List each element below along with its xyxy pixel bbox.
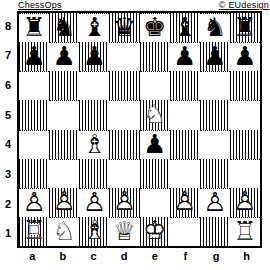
square-e6[interactable]: [140, 71, 170, 100]
square-a1[interactable]: ♜♖: [19, 217, 49, 246]
white-queen: ♕: [113, 218, 136, 244]
white-bishop: ♗: [83, 131, 106, 157]
white-pawn-fill: ♟: [113, 188, 136, 214]
file-label-h: h: [231, 249, 262, 263]
file-label-a: a: [17, 249, 48, 263]
square-f3[interactable]: [170, 159, 200, 188]
white-pawn-fill: ♟: [22, 189, 45, 215]
black-knight: ♞: [203, 14, 226, 40]
black-rook: ♜: [22, 14, 45, 40]
white-knight: ♘: [143, 101, 166, 127]
black-bishop: ♝: [83, 14, 106, 40]
white-king: ♔: [143, 217, 166, 243]
square-a8[interactable]: ♜: [19, 13, 49, 42]
square-e8[interactable]: ♚: [140, 13, 170, 42]
white-pawn: ♙: [173, 188, 196, 214]
file-label-c: c: [78, 249, 109, 263]
white-pawn: ♙: [233, 188, 256, 214]
square-d3[interactable]: [109, 159, 139, 188]
square-g4[interactable]: [200, 130, 230, 159]
white-king-fill: ♚: [143, 217, 166, 243]
square-e3[interactable]: [140, 159, 170, 188]
white-rook: ♖: [233, 218, 256, 244]
square-h4[interactable]: [230, 130, 260, 159]
white-pawn-fill: ♟: [83, 189, 106, 215]
square-e1[interactable]: ♚♔: [140, 217, 170, 246]
file-labels: abcdefgh: [17, 249, 262, 263]
white-pawn: ♙: [83, 189, 106, 215]
white-rook-fill: ♜: [22, 217, 45, 243]
white-knight: ♘: [53, 218, 76, 244]
square-b3[interactable]: [49, 159, 79, 188]
square-b1[interactable]: ♞♘: [49, 217, 79, 246]
square-b4[interactable]: [49, 130, 79, 159]
square-d8[interactable]: ♛: [109, 13, 139, 42]
square-b6[interactable]: [49, 71, 79, 100]
square-c1[interactable]: ♝♗: [79, 217, 109, 246]
square-b5[interactable]: [49, 100, 79, 129]
square-b2[interactable]: ♟♙: [49, 188, 79, 217]
chess-board: ♜♞♝♛♚♝♞♜♟♟♟♟♟♟♞♘♝♗♟♟♙♟♙♟♙♟♙♟♙♟♙♟♙♜♖♞♘♝♗♛…: [17, 11, 262, 248]
square-e4[interactable]: ♟: [140, 130, 170, 159]
square-g7[interactable]: ♟: [200, 42, 230, 71]
rank-label-4: 4: [0, 130, 16, 160]
square-f7[interactable]: ♟: [170, 42, 200, 71]
square-h7[interactable]: ♟: [230, 42, 260, 71]
square-a4[interactable]: [19, 130, 49, 159]
white-pawn-fill: ♟: [53, 188, 76, 214]
white-pawn: ♙: [113, 188, 136, 214]
square-g5[interactable]: [200, 100, 230, 129]
square-a3[interactable]: [19, 159, 49, 188]
white-pawn-fill: ♟: [203, 189, 226, 215]
white-bishop-fill: ♝: [83, 131, 106, 157]
square-g6[interactable]: [200, 71, 230, 100]
file-label-g: g: [201, 249, 232, 263]
white-pawn: ♙: [203, 189, 226, 215]
file-label-e: e: [140, 249, 171, 263]
app-title: ChessOps: [18, 0, 62, 11]
square-d2[interactable]: ♟♙: [109, 188, 139, 217]
rank-label-5: 5: [0, 100, 16, 130]
square-e7[interactable]: [140, 42, 170, 71]
square-g1[interactable]: [200, 217, 230, 246]
square-d5[interactable]: [109, 100, 139, 129]
copyright-credit: © EUdesign: [219, 0, 269, 11]
square-h8[interactable]: ♜: [230, 13, 260, 42]
rank-label-1: 1: [0, 218, 16, 248]
white-pawn: ♙: [53, 188, 76, 214]
black-pawn: ♟: [233, 43, 256, 69]
square-c6[interactable]: [79, 71, 109, 100]
square-h2[interactable]: ♟♙: [230, 188, 260, 217]
white-pawn-fill: ♟: [173, 188, 196, 214]
black-knight: ♞: [53, 14, 76, 40]
square-e5[interactable]: ♞♘: [140, 100, 170, 129]
rank-labels: 87654321: [0, 11, 16, 248]
square-h3[interactable]: [230, 159, 260, 188]
square-c4[interactable]: ♝♗: [79, 130, 109, 159]
square-d1[interactable]: ♛♕: [109, 217, 139, 246]
file-label-f: f: [170, 249, 201, 263]
white-queen-fill: ♛: [113, 218, 136, 244]
square-a2[interactable]: ♟♙: [19, 188, 49, 217]
white-bishop-fill: ♝: [83, 217, 106, 243]
square-d6[interactable]: [109, 71, 139, 100]
square-h5[interactable]: [230, 100, 260, 129]
square-e2[interactable]: [140, 188, 170, 217]
black-king: ♚: [143, 14, 166, 40]
square-g8[interactable]: ♞: [200, 13, 230, 42]
square-f5[interactable]: [170, 100, 200, 129]
black-rook: ♜: [233, 14, 256, 40]
file-label-d: d: [109, 249, 140, 263]
black-pawn: ♟: [143, 131, 166, 157]
square-a7[interactable]: ♟: [19, 42, 49, 71]
square-c7[interactable]: ♟: [79, 42, 109, 71]
square-f6[interactable]: [170, 71, 200, 100]
black-queen: ♛: [113, 14, 136, 40]
square-f8[interactable]: ♝: [170, 13, 200, 42]
square-f4[interactable]: [170, 130, 200, 159]
white-pawn: ♙: [22, 189, 45, 215]
black-pawn: ♟: [53, 43, 76, 69]
square-f1[interactable]: [170, 217, 200, 246]
square-g2[interactable]: ♟♙: [200, 188, 230, 217]
square-c3[interactable]: [79, 159, 109, 188]
white-rook-fill: ♜: [233, 218, 256, 244]
square-c8[interactable]: ♝: [79, 13, 109, 42]
white-bishop: ♗: [83, 217, 106, 243]
black-pawn: ♟: [83, 43, 106, 69]
rank-label-3: 3: [0, 159, 16, 189]
square-b7[interactable]: ♟: [49, 42, 79, 71]
square-h1[interactable]: ♜♖: [230, 217, 260, 246]
square-c5[interactable]: [79, 100, 109, 129]
rank-label-2: 2: [0, 189, 16, 219]
square-f2[interactable]: ♟♙: [170, 188, 200, 217]
rank-label-8: 8: [0, 11, 16, 41]
rank-label-7: 7: [0, 41, 16, 71]
black-pawn: ♟: [22, 43, 45, 69]
square-h6[interactable]: [230, 71, 260, 100]
white-knight-fill: ♞: [53, 218, 76, 244]
square-g3[interactable]: [200, 159, 230, 188]
file-label-b: b: [48, 249, 79, 263]
white-rook: ♖: [22, 217, 45, 243]
black-pawn: ♟: [173, 43, 196, 69]
black-bishop: ♝: [173, 14, 196, 40]
black-pawn: ♟: [203, 43, 226, 69]
square-b8[interactable]: ♞: [49, 13, 79, 42]
square-a5[interactable]: [19, 100, 49, 129]
square-d4[interactable]: [109, 130, 139, 159]
white-pawn-fill: ♟: [233, 188, 256, 214]
white-knight-fill: ♞: [143, 101, 166, 127]
square-c2[interactable]: ♟♙: [79, 188, 109, 217]
square-d7[interactable]: [109, 42, 139, 71]
square-a6[interactable]: [19, 71, 49, 100]
rank-label-6: 6: [0, 70, 16, 100]
